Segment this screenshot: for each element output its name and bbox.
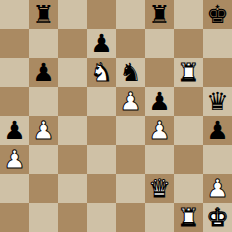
piece-black-knight[interactable]: ♞ bbox=[119, 58, 141, 87]
square-c1[interactable] bbox=[58, 203, 87, 232]
square-e1[interactable] bbox=[116, 203, 145, 232]
square-a8[interactable] bbox=[0, 0, 29, 29]
chess-board: ♜♜♚♟♟♞♞♜♟♟♛♟♟♟♟♟♛♟♜♚ bbox=[0, 0, 232, 232]
square-g8[interactable] bbox=[174, 0, 203, 29]
square-g4[interactable] bbox=[174, 116, 203, 145]
square-b8[interactable]: ♜ bbox=[29, 0, 58, 29]
square-h2[interactable]: ♟ bbox=[203, 174, 232, 203]
square-c2[interactable] bbox=[58, 174, 87, 203]
piece-black-queen[interactable]: ♛ bbox=[206, 87, 228, 116]
piece-black-rook[interactable]: ♜ bbox=[148, 0, 170, 29]
square-b1[interactable] bbox=[29, 203, 58, 232]
piece-white-pawn[interactable]: ♟ bbox=[3, 145, 25, 174]
square-d4[interactable] bbox=[87, 116, 116, 145]
square-f6[interactable] bbox=[145, 58, 174, 87]
square-h1[interactable]: ♚ bbox=[203, 203, 232, 232]
square-b4[interactable]: ♟ bbox=[29, 116, 58, 145]
square-a2[interactable] bbox=[0, 174, 29, 203]
piece-black-king[interactable]: ♚ bbox=[206, 0, 228, 29]
square-h3[interactable] bbox=[203, 145, 232, 174]
square-h8[interactable]: ♚ bbox=[203, 0, 232, 29]
square-g2[interactable] bbox=[174, 174, 203, 203]
square-b7[interactable] bbox=[29, 29, 58, 58]
square-c8[interactable] bbox=[58, 0, 87, 29]
piece-black-pawn[interactable]: ♟ bbox=[32, 58, 54, 87]
square-f2[interactable]: ♛ bbox=[145, 174, 174, 203]
square-c3[interactable] bbox=[58, 145, 87, 174]
square-h4[interactable]: ♟ bbox=[203, 116, 232, 145]
piece-white-pawn[interactable]: ♟ bbox=[119, 87, 141, 116]
square-a4[interactable]: ♟ bbox=[0, 116, 29, 145]
square-b6[interactable]: ♟ bbox=[29, 58, 58, 87]
square-e4[interactable] bbox=[116, 116, 145, 145]
square-f8[interactable]: ♜ bbox=[145, 0, 174, 29]
square-c5[interactable] bbox=[58, 87, 87, 116]
piece-white-rook[interactable]: ♜ bbox=[177, 203, 199, 232]
square-g5[interactable] bbox=[174, 87, 203, 116]
square-h5[interactable]: ♛ bbox=[203, 87, 232, 116]
piece-white-knight[interactable]: ♞ bbox=[90, 58, 112, 87]
square-a6[interactable] bbox=[0, 58, 29, 87]
piece-black-rook[interactable]: ♜ bbox=[32, 0, 54, 29]
piece-black-pawn[interactable]: ♟ bbox=[90, 29, 112, 58]
piece-black-pawn[interactable]: ♟ bbox=[148, 87, 170, 116]
square-f3[interactable] bbox=[145, 145, 174, 174]
square-f5[interactable]: ♟ bbox=[145, 87, 174, 116]
square-d1[interactable] bbox=[87, 203, 116, 232]
square-c4[interactable] bbox=[58, 116, 87, 145]
square-e6[interactable]: ♞ bbox=[116, 58, 145, 87]
square-g7[interactable] bbox=[174, 29, 203, 58]
piece-white-queen[interactable]: ♛ bbox=[148, 174, 170, 203]
square-d8[interactable] bbox=[87, 0, 116, 29]
piece-white-king[interactable]: ♚ bbox=[206, 203, 228, 232]
square-e3[interactable] bbox=[116, 145, 145, 174]
square-f4[interactable]: ♟ bbox=[145, 116, 174, 145]
piece-white-pawn[interactable]: ♟ bbox=[148, 116, 170, 145]
square-c7[interactable] bbox=[58, 29, 87, 58]
square-c6[interactable] bbox=[58, 58, 87, 87]
square-h7[interactable] bbox=[203, 29, 232, 58]
square-e7[interactable] bbox=[116, 29, 145, 58]
piece-white-pawn[interactable]: ♟ bbox=[206, 174, 228, 203]
square-f7[interactable] bbox=[145, 29, 174, 58]
piece-black-pawn[interactable]: ♟ bbox=[206, 116, 228, 145]
square-h6[interactable] bbox=[203, 58, 232, 87]
piece-white-pawn[interactable]: ♟ bbox=[32, 116, 54, 145]
square-e2[interactable] bbox=[116, 174, 145, 203]
square-b2[interactable] bbox=[29, 174, 58, 203]
square-e8[interactable] bbox=[116, 0, 145, 29]
square-e5[interactable]: ♟ bbox=[116, 87, 145, 116]
square-d5[interactable] bbox=[87, 87, 116, 116]
square-b5[interactable] bbox=[29, 87, 58, 116]
square-a7[interactable] bbox=[0, 29, 29, 58]
square-b3[interactable] bbox=[29, 145, 58, 174]
square-g3[interactable] bbox=[174, 145, 203, 174]
square-d6[interactable]: ♞ bbox=[87, 58, 116, 87]
piece-white-rook[interactable]: ♜ bbox=[177, 58, 199, 87]
square-d3[interactable] bbox=[87, 145, 116, 174]
piece-black-pawn[interactable]: ♟ bbox=[3, 116, 25, 145]
square-g6[interactable]: ♜ bbox=[174, 58, 203, 87]
square-f1[interactable] bbox=[145, 203, 174, 232]
square-a5[interactable] bbox=[0, 87, 29, 116]
square-d7[interactable]: ♟ bbox=[87, 29, 116, 58]
square-a3[interactable]: ♟ bbox=[0, 145, 29, 174]
square-g1[interactable]: ♜ bbox=[174, 203, 203, 232]
square-a1[interactable] bbox=[0, 203, 29, 232]
square-d2[interactable] bbox=[87, 174, 116, 203]
